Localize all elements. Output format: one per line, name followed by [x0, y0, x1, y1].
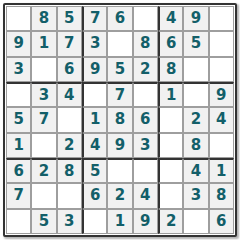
sudoku-cell: 5	[183, 31, 208, 56]
sudoku-cell: 6	[107, 6, 132, 31]
sudoku-cell: 1	[209, 158, 234, 183]
sudoku-cell: 6	[82, 183, 107, 208]
sudoku-cell: 5	[6, 107, 31, 132]
sudoku-cell[interactable]	[133, 158, 158, 183]
sudoku-cell[interactable]	[183, 82, 208, 107]
sudoku-cell[interactable]	[31, 133, 56, 158]
sudoku-cell[interactable]	[158, 107, 183, 132]
sudoku-cell: 2	[133, 57, 158, 82]
sudoku-cell[interactable]	[6, 209, 31, 234]
sudoku-cell[interactable]	[31, 183, 56, 208]
sudoku-cell: 6	[209, 209, 234, 234]
sudoku-cell: 5	[107, 57, 132, 82]
sudoku-cell: 3	[31, 82, 56, 107]
sudoku-cell: 1	[6, 133, 31, 158]
sudoku-cell[interactable]	[158, 158, 183, 183]
sudoku-cell[interactable]	[57, 107, 82, 132]
sudoku-cell: 7	[82, 6, 107, 31]
sudoku-cell[interactable]	[82, 82, 107, 107]
sudoku-board: 8576499173865369528347195718624124938628…	[3, 3, 237, 237]
sudoku-cell[interactable]	[158, 133, 183, 158]
sudoku-cell: 8	[31, 6, 56, 31]
sudoku-cell[interactable]	[107, 158, 132, 183]
sudoku-cell: 2	[158, 209, 183, 234]
sudoku-cell: 4	[82, 133, 107, 158]
sudoku-cell: 7	[6, 183, 31, 208]
sudoku-cell[interactable]	[209, 133, 234, 158]
sudoku-cell: 2	[107, 183, 132, 208]
sudoku-cell: 5	[31, 209, 56, 234]
sudoku-cell[interactable]	[158, 183, 183, 208]
sudoku-cell: 1	[158, 82, 183, 107]
sudoku-cell: 2	[31, 158, 56, 183]
sudoku-cell: 8	[57, 158, 82, 183]
sudoku-cell[interactable]	[107, 31, 132, 56]
sudoku-cell[interactable]	[133, 6, 158, 31]
sudoku-cell: 3	[82, 31, 107, 56]
sudoku-cell: 8	[107, 107, 132, 132]
sudoku-cell: 7	[31, 107, 56, 132]
sudoku-cell[interactable]	[82, 209, 107, 234]
sudoku-cell: 5	[82, 158, 107, 183]
sudoku-cell[interactable]	[209, 57, 234, 82]
sudoku-cell: 1	[107, 209, 132, 234]
sudoku-cell[interactable]	[209, 6, 234, 31]
sudoku-cell[interactable]	[183, 209, 208, 234]
sudoku-cell: 8	[183, 133, 208, 158]
sudoku-cell[interactable]	[183, 57, 208, 82]
sudoku-cell: 6	[57, 57, 82, 82]
sudoku-cell[interactable]	[31, 57, 56, 82]
sudoku-cell: 1	[82, 107, 107, 132]
sudoku-cell: 4	[183, 158, 208, 183]
sudoku-cell[interactable]	[57, 183, 82, 208]
sudoku-cell: 2	[183, 107, 208, 132]
sudoku-cell[interactable]	[6, 6, 31, 31]
sudoku-cell: 1	[31, 31, 56, 56]
sudoku-cell: 5	[57, 6, 82, 31]
sudoku-cell: 9	[82, 57, 107, 82]
sudoku-cell: 4	[133, 183, 158, 208]
sudoku-cell: 4	[57, 82, 82, 107]
sudoku-cell: 8	[133, 31, 158, 56]
sudoku-cell[interactable]	[133, 82, 158, 107]
sudoku-cell: 9	[183, 6, 208, 31]
sudoku-cell: 8	[209, 183, 234, 208]
sudoku-cell: 6	[6, 158, 31, 183]
sudoku-cell: 3	[133, 133, 158, 158]
sudoku-cell: 3	[6, 57, 31, 82]
sudoku-cell: 8	[158, 57, 183, 82]
sudoku-cell: 3	[57, 209, 82, 234]
sudoku-cell: 6	[158, 31, 183, 56]
sudoku-cell: 4	[158, 6, 183, 31]
sudoku-cell: 2	[57, 133, 82, 158]
sudoku-cell: 6	[133, 107, 158, 132]
sudoku-cell: 3	[183, 183, 208, 208]
sudoku-cell: 4	[209, 107, 234, 132]
sudoku-cell: 9	[209, 82, 234, 107]
sudoku-cell: 9	[6, 31, 31, 56]
sudoku-cell[interactable]	[6, 82, 31, 107]
sudoku-cell: 7	[107, 82, 132, 107]
sudoku-cell: 9	[133, 209, 158, 234]
sudoku-cell[interactable]	[209, 31, 234, 56]
sudoku-cell: 7	[57, 31, 82, 56]
sudoku-cell: 9	[107, 133, 132, 158]
sudoku-grid: 8576499173865369528347195718624124938628…	[6, 6, 234, 234]
